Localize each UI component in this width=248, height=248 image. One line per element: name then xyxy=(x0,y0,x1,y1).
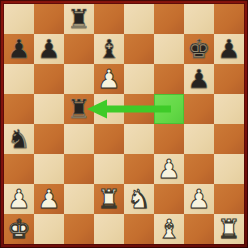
piece-black-pawn[interactable]: ♟ xyxy=(4,34,34,64)
square-e4[interactable] xyxy=(124,124,154,154)
piece-white-bishop[interactable]: ♝ xyxy=(154,214,184,244)
square-h1[interactable]: ♜ xyxy=(214,214,244,244)
square-b2[interactable]: ♟ xyxy=(34,184,64,214)
square-d1[interactable] xyxy=(94,214,124,244)
piece-white-king[interactable]: ♚ xyxy=(4,214,34,244)
square-e5[interactable] xyxy=(124,94,154,124)
piece-white-knight[interactable]: ♞ xyxy=(124,184,154,214)
square-g4[interactable] xyxy=(184,124,214,154)
chess-board: ♜♟♟♝♚♟♟♟♜♞♟♟♟♜♞♟♚♝♜ xyxy=(4,4,244,244)
square-f4[interactable] xyxy=(154,124,184,154)
square-d3[interactable] xyxy=(94,154,124,184)
square-g1[interactable] xyxy=(184,214,214,244)
square-g5[interactable] xyxy=(184,94,214,124)
square-b6[interactable] xyxy=(34,64,64,94)
square-d4[interactable] xyxy=(94,124,124,154)
square-g2[interactable]: ♟ xyxy=(184,184,214,214)
square-f8[interactable] xyxy=(154,4,184,34)
square-a4[interactable]: ♞ xyxy=(4,124,34,154)
piece-white-pawn[interactable]: ♟ xyxy=(94,64,124,94)
piece-white-pawn[interactable]: ♟ xyxy=(34,184,64,214)
square-d7[interactable]: ♝ xyxy=(94,34,124,64)
piece-white-pawn[interactable]: ♟ xyxy=(184,184,214,214)
piece-black-rook[interactable]: ♜ xyxy=(64,94,94,124)
piece-black-rook[interactable]: ♜ xyxy=(64,4,94,34)
square-a2[interactable]: ♟ xyxy=(4,184,34,214)
piece-black-pawn[interactable]: ♟ xyxy=(214,34,244,64)
square-f5[interactable] xyxy=(154,94,184,124)
square-a5[interactable] xyxy=(4,94,34,124)
square-f6[interactable] xyxy=(154,64,184,94)
square-c2[interactable] xyxy=(64,184,94,214)
square-g3[interactable] xyxy=(184,154,214,184)
square-h3[interactable] xyxy=(214,154,244,184)
square-f1[interactable]: ♝ xyxy=(154,214,184,244)
square-g8[interactable] xyxy=(184,4,214,34)
square-h2[interactable] xyxy=(214,184,244,214)
square-e3[interactable] xyxy=(124,154,154,184)
square-g7[interactable]: ♚ xyxy=(184,34,214,64)
square-a7[interactable]: ♟ xyxy=(4,34,34,64)
square-h4[interactable] xyxy=(214,124,244,154)
square-c4[interactable] xyxy=(64,124,94,154)
piece-black-pawn[interactable]: ♟ xyxy=(184,64,214,94)
square-c1[interactable] xyxy=(64,214,94,244)
piece-white-pawn[interactable]: ♟ xyxy=(4,184,34,214)
square-f3[interactable]: ♟ xyxy=(154,154,184,184)
square-d5[interactable] xyxy=(94,94,124,124)
square-c6[interactable] xyxy=(64,64,94,94)
square-e2[interactable]: ♞ xyxy=(124,184,154,214)
square-h5[interactable] xyxy=(214,94,244,124)
square-e1[interactable] xyxy=(124,214,154,244)
piece-black-king[interactable]: ♚ xyxy=(184,34,214,64)
square-h6[interactable] xyxy=(214,64,244,94)
square-e7[interactable] xyxy=(124,34,154,64)
square-b5[interactable] xyxy=(34,94,64,124)
board-frame: ♜♟♟♝♚♟♟♟♜♞♟♟♟♜♞♟♚♝♜ xyxy=(0,0,248,248)
square-a6[interactable] xyxy=(4,64,34,94)
square-c5[interactable]: ♜ xyxy=(64,94,94,124)
square-b1[interactable] xyxy=(34,214,64,244)
square-h7[interactable]: ♟ xyxy=(214,34,244,64)
square-d6[interactable]: ♟ xyxy=(94,64,124,94)
piece-black-knight[interactable]: ♞ xyxy=(4,124,34,154)
piece-white-rook[interactable]: ♜ xyxy=(94,184,124,214)
square-c7[interactable] xyxy=(64,34,94,64)
square-a1[interactable]: ♚ xyxy=(4,214,34,244)
piece-black-pawn[interactable]: ♟ xyxy=(34,34,64,64)
square-d8[interactable] xyxy=(94,4,124,34)
square-b7[interactable]: ♟ xyxy=(34,34,64,64)
square-b3[interactable] xyxy=(34,154,64,184)
square-e6[interactable] xyxy=(124,64,154,94)
square-d2[interactable]: ♜ xyxy=(94,184,124,214)
piece-white-pawn[interactable]: ♟ xyxy=(154,154,184,184)
square-h8[interactable] xyxy=(214,4,244,34)
square-b8[interactable] xyxy=(34,4,64,34)
square-g6[interactable]: ♟ xyxy=(184,64,214,94)
square-f2[interactable] xyxy=(154,184,184,214)
square-c3[interactable] xyxy=(64,154,94,184)
square-b4[interactable] xyxy=(34,124,64,154)
square-a3[interactable] xyxy=(4,154,34,184)
square-e8[interactable] xyxy=(124,4,154,34)
piece-black-bishop[interactable]: ♝ xyxy=(94,34,124,64)
square-c8[interactable]: ♜ xyxy=(64,4,94,34)
piece-white-rook[interactable]: ♜ xyxy=(214,214,244,244)
square-a8[interactable] xyxy=(4,4,34,34)
square-f7[interactable] xyxy=(154,34,184,64)
